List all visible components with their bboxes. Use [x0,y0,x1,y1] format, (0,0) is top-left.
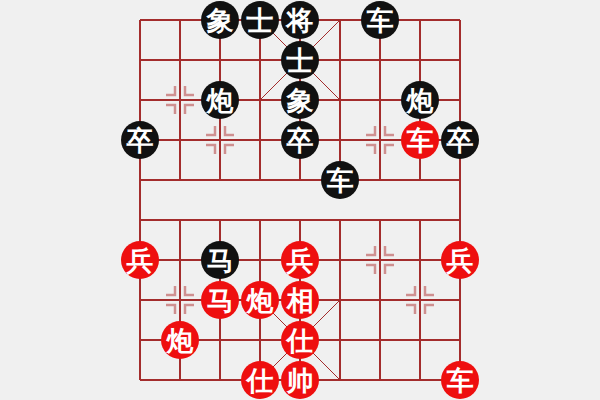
piece-black-cannon[interactable]: 炮 [401,81,439,119]
piece-red-pawn[interactable]: 兵 [441,241,479,279]
piece-black-advisor[interactable]: 士 [241,1,279,39]
piece-black-horse[interactable]: 马 [201,241,239,279]
piece-black-pawn[interactable]: 卒 [121,121,159,159]
piece-red-chariot[interactable]: 车 [401,121,439,159]
xiangqi-board: 象士将车士炮象炮卒卒车卒车兵马兵兵马炮相炮仕仕帅车 [0,0,600,400]
piece-red-cannon[interactable]: 炮 [241,281,279,319]
piece-black-elephant[interactable]: 象 [201,1,239,39]
piece-red-cannon[interactable]: 炮 [161,321,199,359]
piece-black-pawn[interactable]: 卒 [281,121,319,159]
piece-red-advisor[interactable]: 仕 [241,361,279,399]
piece-black-elephant[interactable]: 象 [281,81,319,119]
piece-black-chariot[interactable]: 车 [321,161,359,199]
piece-black-chariot[interactable]: 车 [361,1,399,39]
piece-red-elephant[interactable]: 相 [281,281,319,319]
piece-red-pawn[interactable]: 兵 [281,241,319,279]
piece-red-horse[interactable]: 马 [201,281,239,319]
piece-red-advisor[interactable]: 仕 [281,321,319,359]
piece-red-general[interactable]: 帅 [281,361,319,399]
piece-black-general[interactable]: 将 [281,1,319,39]
piece-black-cannon[interactable]: 炮 [201,81,239,119]
piece-black-pawn[interactable]: 卒 [441,121,479,159]
piece-layer: 象士将车士炮象炮卒卒车卒车兵马兵兵马炮相炮仕仕帅车 [120,0,480,400]
piece-black-advisor[interactable]: 士 [281,41,319,79]
piece-red-chariot[interactable]: 车 [441,361,479,399]
piece-red-pawn[interactable]: 兵 [121,241,159,279]
